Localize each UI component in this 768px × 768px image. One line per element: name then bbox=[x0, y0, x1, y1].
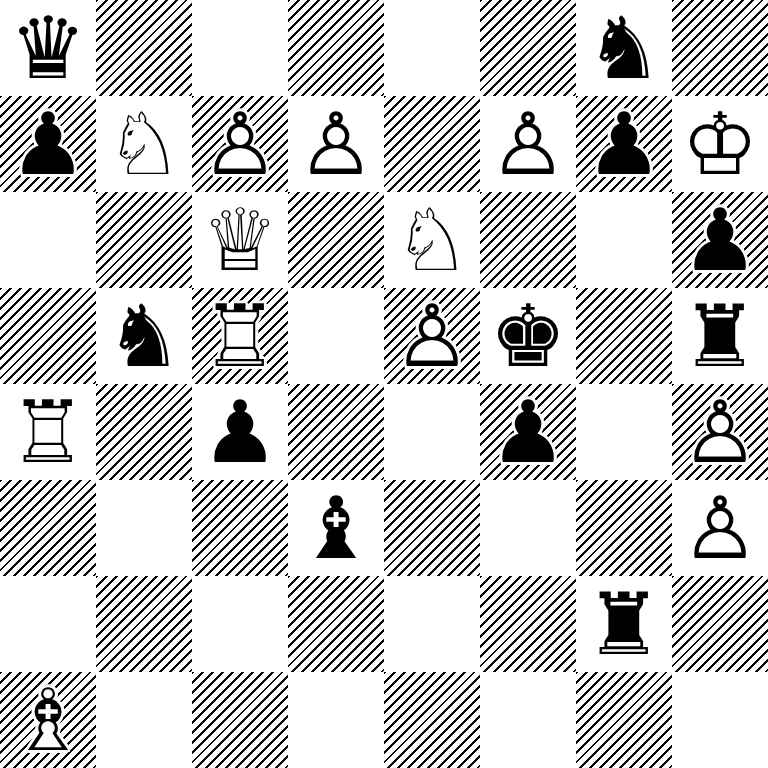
square-a6[interactable] bbox=[0, 192, 96, 288]
square-f3[interactable] bbox=[480, 480, 576, 576]
square-c7[interactable]: ♟♙ bbox=[192, 96, 288, 192]
square-h2[interactable] bbox=[672, 576, 768, 672]
square-c2[interactable] bbox=[192, 576, 288, 672]
piece-white-pawn: ♟♙ bbox=[672, 384, 768, 480]
piece-black-pawn: ♟♟ bbox=[672, 192, 768, 288]
square-d5[interactable] bbox=[288, 288, 384, 384]
square-f6[interactable] bbox=[480, 192, 576, 288]
white-pawn-glyph: ♙ bbox=[384, 288, 480, 384]
black-queen-glyph: ♛ bbox=[0, 0, 96, 96]
black-pawn-glyph: ♟ bbox=[576, 96, 672, 192]
piece-black-bishop: ♝♝ bbox=[288, 480, 384, 576]
square-g8[interactable]: ♞♞ bbox=[576, 0, 672, 96]
white-bishop-glyph: ♗ bbox=[0, 672, 96, 768]
piece-white-knight: ♞♘ bbox=[384, 192, 480, 288]
black-knight-glyph: ♞ bbox=[576, 0, 672, 96]
square-a3[interactable] bbox=[0, 480, 96, 576]
square-b3[interactable] bbox=[96, 480, 192, 576]
piece-white-pawn: ♟♙ bbox=[288, 96, 384, 192]
chess-board: ♛♛♞♞♟♟♞♘♟♙♟♙♟♙♟♟♚♔♛♕♞♘♟♟♞♞♜♖♟♙♚♚♜♜♜♖♟♟♟♟… bbox=[0, 0, 768, 768]
square-d3[interactable]: ♝♝ bbox=[288, 480, 384, 576]
white-king-glyph: ♔ bbox=[672, 96, 768, 192]
black-rook-glyph: ♜ bbox=[576, 576, 672, 672]
square-d7[interactable]: ♟♙ bbox=[288, 96, 384, 192]
square-b5[interactable]: ♞♞ bbox=[96, 288, 192, 384]
square-h7[interactable]: ♚♔ bbox=[672, 96, 768, 192]
square-a4[interactable]: ♜♖ bbox=[0, 384, 96, 480]
white-pawn-glyph: ♙ bbox=[192, 96, 288, 192]
square-e1[interactable] bbox=[384, 672, 480, 768]
black-bishop-glyph: ♝ bbox=[288, 480, 384, 576]
white-pawn-glyph: ♙ bbox=[288, 96, 384, 192]
square-d6[interactable] bbox=[288, 192, 384, 288]
square-f7[interactable]: ♟♙ bbox=[480, 96, 576, 192]
square-h5[interactable]: ♜♜ bbox=[672, 288, 768, 384]
square-e4[interactable] bbox=[384, 384, 480, 480]
square-b2[interactable] bbox=[96, 576, 192, 672]
piece-black-knight: ♞♞ bbox=[96, 288, 192, 384]
piece-black-pawn: ♟♟ bbox=[192, 384, 288, 480]
square-e2[interactable] bbox=[384, 576, 480, 672]
square-d4[interactable] bbox=[288, 384, 384, 480]
square-c8[interactable] bbox=[192, 0, 288, 96]
chess-diagram: ♛♛♞♞♟♟♞♘♟♙♟♙♟♙♟♟♚♔♛♕♞♘♟♟♞♞♜♖♟♙♚♚♜♜♜♖♟♟♟♟… bbox=[0, 0, 768, 768]
piece-white-knight: ♞♘ bbox=[96, 96, 192, 192]
white-queen-glyph: ♕ bbox=[192, 192, 288, 288]
piece-black-queen: ♛♛ bbox=[0, 0, 96, 96]
piece-white-king: ♚♔ bbox=[672, 96, 768, 192]
square-d1[interactable] bbox=[288, 672, 384, 768]
white-rook-glyph: ♖ bbox=[0, 384, 96, 480]
white-pawn-glyph: ♙ bbox=[672, 480, 768, 576]
piece-black-king: ♚♚ bbox=[480, 288, 576, 384]
piece-white-queen: ♛♕ bbox=[192, 192, 288, 288]
piece-white-rook: ♜♖ bbox=[0, 384, 96, 480]
square-c5[interactable]: ♜♖ bbox=[192, 288, 288, 384]
square-c3[interactable] bbox=[192, 480, 288, 576]
black-pawn-glyph: ♟ bbox=[192, 384, 288, 480]
black-pawn-glyph: ♟ bbox=[480, 384, 576, 480]
square-g1[interactable] bbox=[576, 672, 672, 768]
square-g5[interactable] bbox=[576, 288, 672, 384]
square-a7[interactable]: ♟♟ bbox=[0, 96, 96, 192]
square-b8[interactable] bbox=[96, 0, 192, 96]
piece-black-knight: ♞♞ bbox=[576, 0, 672, 96]
piece-white-pawn: ♟♙ bbox=[384, 288, 480, 384]
piece-black-pawn: ♟♟ bbox=[0, 96, 96, 192]
square-f1[interactable] bbox=[480, 672, 576, 768]
black-king-glyph: ♚ bbox=[480, 288, 576, 384]
white-knight-glyph: ♘ bbox=[96, 96, 192, 192]
piece-white-rook: ♜♖ bbox=[192, 288, 288, 384]
piece-white-bishop: ♝♗ bbox=[0, 672, 96, 768]
square-h1[interactable] bbox=[672, 672, 768, 768]
square-c1[interactable] bbox=[192, 672, 288, 768]
piece-black-pawn: ♟♟ bbox=[576, 96, 672, 192]
piece-white-pawn: ♟♙ bbox=[480, 96, 576, 192]
white-pawn-glyph: ♙ bbox=[672, 384, 768, 480]
white-pawn-glyph: ♙ bbox=[480, 96, 576, 192]
white-knight-glyph: ♘ bbox=[384, 192, 480, 288]
square-h8[interactable] bbox=[672, 0, 768, 96]
square-b6[interactable] bbox=[96, 192, 192, 288]
square-h3[interactable]: ♟♙ bbox=[672, 480, 768, 576]
square-e7[interactable] bbox=[384, 96, 480, 192]
square-b1[interactable] bbox=[96, 672, 192, 768]
square-e3[interactable] bbox=[384, 480, 480, 576]
square-f4[interactable]: ♟♟ bbox=[480, 384, 576, 480]
square-b7[interactable]: ♞♘ bbox=[96, 96, 192, 192]
piece-black-rook: ♜♜ bbox=[672, 288, 768, 384]
square-g3[interactable] bbox=[576, 480, 672, 576]
square-g6[interactable] bbox=[576, 192, 672, 288]
square-a1[interactable]: ♝♗ bbox=[0, 672, 96, 768]
square-a8[interactable]: ♛♛ bbox=[0, 0, 96, 96]
square-h4[interactable]: ♟♙ bbox=[672, 384, 768, 480]
square-e6[interactable]: ♞♘ bbox=[384, 192, 480, 288]
black-pawn-glyph: ♟ bbox=[672, 192, 768, 288]
square-g7[interactable]: ♟♟ bbox=[576, 96, 672, 192]
black-pawn-glyph: ♟ bbox=[0, 96, 96, 192]
black-rook-glyph: ♜ bbox=[672, 288, 768, 384]
square-d2[interactable] bbox=[288, 576, 384, 672]
square-b4[interactable] bbox=[96, 384, 192, 480]
square-e5[interactable]: ♟♙ bbox=[384, 288, 480, 384]
square-f5[interactable]: ♚♚ bbox=[480, 288, 576, 384]
piece-white-pawn: ♟♙ bbox=[672, 480, 768, 576]
square-g2[interactable]: ♜♜ bbox=[576, 576, 672, 672]
black-knight-glyph: ♞ bbox=[96, 288, 192, 384]
white-rook-glyph: ♖ bbox=[192, 288, 288, 384]
square-a5[interactable] bbox=[0, 288, 96, 384]
piece-black-rook: ♜♜ bbox=[576, 576, 672, 672]
square-f2[interactable] bbox=[480, 576, 576, 672]
piece-black-pawn: ♟♟ bbox=[480, 384, 576, 480]
square-g4[interactable] bbox=[576, 384, 672, 480]
square-a2[interactable] bbox=[0, 576, 96, 672]
square-h6[interactable]: ♟♟ bbox=[672, 192, 768, 288]
square-f8[interactable] bbox=[480, 0, 576, 96]
piece-white-pawn: ♟♙ bbox=[192, 96, 288, 192]
square-c4[interactable]: ♟♟ bbox=[192, 384, 288, 480]
square-e8[interactable] bbox=[384, 0, 480, 96]
square-d8[interactable] bbox=[288, 0, 384, 96]
square-c6[interactable]: ♛♕ bbox=[192, 192, 288, 288]
